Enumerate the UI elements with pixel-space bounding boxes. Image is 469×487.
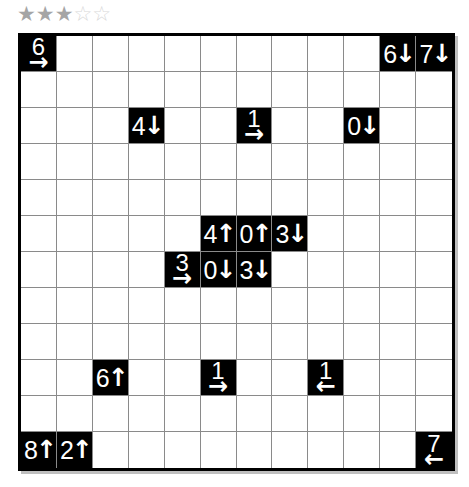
clue-content: 8↑ [24,437,53,463]
clue-content: 3→ [172,254,192,285]
arrow-right-icon: → [208,380,228,393]
arrow-down-icon: ↓ [432,41,453,67]
cell[interactable] [57,252,93,288]
cell[interactable] [21,216,57,252]
difficulty-rating: ★★★☆☆ [17,1,111,27]
clue-content: 6→ [28,38,48,69]
difficulty-stars-empty: ☆☆ [73,2,111,25]
cell[interactable] [237,180,273,216]
cell[interactable] [93,432,129,468]
cell[interactable] [380,72,416,108]
cell[interactable] [93,216,129,252]
cell[interactable] [93,324,129,360]
yajilin-board: 6→6↓7↓4↓1→0↓4↑0↑3↓3→0↓3↓6↑1→1←8↑2↑7← [18,33,455,471]
cell[interactable] [201,72,237,108]
cell[interactable] [380,396,416,432]
arrow-up-icon: ↑ [216,221,237,247]
cell[interactable] [308,324,344,360]
cell[interactable] [416,252,452,288]
cell[interactable] [237,288,273,324]
clue-content: 1→ [244,110,264,141]
clue-cell: 8↑ [21,432,57,468]
cell[interactable] [201,144,237,180]
clue-cell: 3↓ [237,252,273,288]
clue-content: 7↓ [420,41,449,67]
clue-content: 1→ [208,362,228,393]
cell[interactable] [380,216,416,252]
cell[interactable] [344,216,380,252]
clue-cell: 7↓ [416,36,452,72]
cell[interactable] [308,252,344,288]
clue-cell: 7← [416,432,452,468]
cell[interactable] [93,36,129,72]
cell[interactable] [308,396,344,432]
cell[interactable] [380,108,416,144]
clue-cell: 6↓ [380,36,416,72]
cell[interactable] [57,288,93,324]
cell[interactable] [165,360,201,396]
arrow-down-icon: ↓ [251,257,272,283]
cell[interactable] [272,432,308,468]
cell[interactable] [57,36,93,72]
cell[interactable] [201,180,237,216]
cell[interactable] [416,324,452,360]
cell[interactable] [308,288,344,324]
cell[interactable] [129,432,165,468]
cell[interactable] [380,288,416,324]
cell[interactable] [308,144,344,180]
cell[interactable] [57,216,93,252]
cell[interactable] [272,36,308,72]
cell[interactable] [93,144,129,180]
cell[interactable] [380,360,416,396]
cell[interactable] [344,324,380,360]
cell[interactable] [201,432,237,468]
arrow-down-icon: ↓ [144,113,165,139]
clue-content: 7← [424,435,444,466]
cell[interactable] [416,360,452,396]
cell[interactable] [308,36,344,72]
clue-cell: 0↑ [237,216,273,252]
cell[interactable] [344,288,380,324]
cell[interactable] [21,144,57,180]
clue-content: 0↓ [347,113,376,139]
cell[interactable] [272,108,308,144]
cell[interactable] [272,72,308,108]
cell[interactable] [380,144,416,180]
clue-cell: 4↓ [129,108,165,144]
cell[interactable] [93,180,129,216]
cell[interactable] [57,360,93,396]
clue-cell: 0↓ [201,252,237,288]
cell[interactable] [165,432,201,468]
cell[interactable] [308,432,344,468]
cell[interactable] [237,36,273,72]
cell[interactable] [344,396,380,432]
cell[interactable] [21,108,57,144]
cell[interactable] [21,252,57,288]
clue-content: 6↓ [383,41,412,67]
cell[interactable] [21,360,57,396]
cell[interactable] [165,72,201,108]
cell[interactable] [344,180,380,216]
cell[interactable] [165,108,201,144]
arrow-right-icon: → [172,272,192,285]
cell[interactable] [165,396,201,432]
cell[interactable] [237,396,273,432]
cell[interactable] [380,324,416,360]
cell[interactable] [57,324,93,360]
difficulty-stars-filled: ★★★ [17,2,73,25]
clue-cell: 3→ [165,252,201,288]
clue-content: 3↓ [275,221,304,247]
cell[interactable] [237,432,273,468]
cell[interactable] [93,396,129,432]
cell[interactable] [416,108,452,144]
clue-cell: 0↓ [344,108,380,144]
cell[interactable] [165,216,201,252]
cell[interactable] [237,324,273,360]
clue-cell: 1← [308,360,344,396]
cell[interactable] [129,396,165,432]
cell[interactable] [344,360,380,396]
cell[interactable] [237,144,273,180]
cell[interactable] [272,288,308,324]
cell[interactable] [344,144,380,180]
cell[interactable] [57,396,93,432]
cell[interactable] [129,144,165,180]
cell[interactable] [93,288,129,324]
clue-cell: 6↑ [93,360,129,396]
cell[interactable] [21,180,57,216]
cell[interactable] [344,36,380,72]
arrow-down-icon: ↓ [216,257,237,283]
cell[interactable] [165,324,201,360]
cell[interactable] [201,288,237,324]
cell[interactable] [416,216,452,252]
arrow-up-icon: ↑ [36,437,57,463]
puzzle-page: ★★★☆☆ 6→6↓7↓4↓1→0↓4↑0↑3↓3→0↓3↓6↑1→1←8↑2↑… [0,0,469,487]
cell[interactable] [201,396,237,432]
clue-content: 6↑ [96,365,125,391]
clue-cell: 2↑ [57,432,93,468]
cell[interactable] [57,144,93,180]
cell[interactable] [344,252,380,288]
cell[interactable] [129,36,165,72]
cell[interactable] [93,252,129,288]
cell[interactable] [380,432,416,468]
cell[interactable] [237,72,273,108]
cell[interactable] [308,108,344,144]
cell[interactable] [416,72,452,108]
arrow-right-icon: → [244,128,264,141]
cell[interactable] [344,432,380,468]
clue-content: 2↑ [60,437,89,463]
clue-content: 4↑ [204,221,233,247]
cell[interactable] [93,72,129,108]
arrow-down-icon: ↓ [359,113,380,139]
arrow-left-icon: ← [316,380,336,393]
cell[interactable] [344,72,380,108]
cell[interactable] [57,180,93,216]
cell[interactable] [308,180,344,216]
cell[interactable] [129,72,165,108]
cell[interactable] [201,108,237,144]
cell[interactable] [201,36,237,72]
cell[interactable] [165,144,201,180]
cell[interactable] [416,144,452,180]
cell[interactable] [272,144,308,180]
cell[interactable] [416,288,452,324]
cell[interactable] [165,36,201,72]
cell[interactable] [21,288,57,324]
cell[interactable] [129,288,165,324]
cell[interactable] [21,396,57,432]
cell[interactable] [129,180,165,216]
cell[interactable] [272,360,308,396]
arrow-down-icon: ↓ [395,41,416,67]
arrow-up-icon: ↑ [108,365,129,391]
cell[interactable] [272,324,308,360]
cell[interactable] [21,72,57,108]
clue-cell: 1→ [237,108,273,144]
clue-cell: 1→ [201,360,237,396]
cell[interactable] [272,252,308,288]
arrow-down-icon: ↓ [287,221,308,247]
cell[interactable] [129,360,165,396]
cell[interactable] [21,324,57,360]
cell[interactable] [57,72,93,108]
arrow-left-icon: ← [424,453,444,466]
cell[interactable] [380,180,416,216]
clue-content: 1← [316,362,336,393]
cell[interactable] [129,324,165,360]
cell[interactable] [129,216,165,252]
cell[interactable] [272,396,308,432]
clue-content: 4↓ [132,113,161,139]
cell[interactable] [308,216,344,252]
arrow-up-icon: ↑ [251,221,272,247]
clue-cell: 3↓ [272,216,308,252]
arrow-up-icon: ↑ [72,437,93,463]
cell[interactable] [380,252,416,288]
cell[interactable] [416,396,452,432]
clue-cell: 4↑ [201,216,237,252]
cell[interactable] [93,108,129,144]
clue-cell: 6→ [21,36,57,72]
cell[interactable] [237,360,273,396]
cell[interactable] [165,180,201,216]
arrow-right-icon: → [28,56,48,69]
cell[interactable] [201,324,237,360]
cell[interactable] [129,252,165,288]
cell[interactable] [308,72,344,108]
cell[interactable] [165,288,201,324]
clue-content: 0↓ [204,257,233,283]
cell[interactable] [272,180,308,216]
cell[interactable] [57,108,93,144]
cell[interactable] [416,180,452,216]
clue-content: 3↓ [240,257,269,283]
clue-content: 0↑ [240,221,269,247]
